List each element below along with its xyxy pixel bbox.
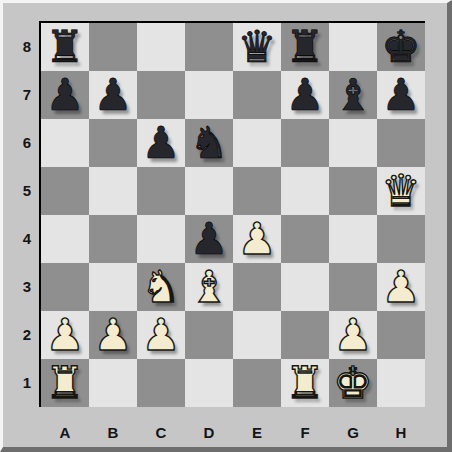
square-d4[interactable]: ♟ [185, 215, 233, 263]
square-g6[interactable] [329, 119, 377, 167]
square-b3[interactable] [89, 263, 137, 311]
square-e3[interactable] [233, 263, 281, 311]
square-f1[interactable]: ♜ [281, 359, 329, 407]
piece-black-pawn[interactable]: ♟ [41, 71, 89, 119]
square-e7[interactable] [233, 71, 281, 119]
piece-black-bishop[interactable]: ♝ [329, 71, 377, 119]
square-b2[interactable]: ♟ [89, 311, 137, 359]
square-c4[interactable] [137, 215, 185, 263]
square-e4[interactable]: ♟ [233, 215, 281, 263]
square-d3[interactable]: ♝ [185, 263, 233, 311]
square-b5[interactable] [89, 167, 137, 215]
square-c1[interactable] [137, 359, 185, 407]
square-g2[interactable]: ♟ [329, 311, 377, 359]
piece-white-bishop[interactable]: ♝ [185, 263, 233, 311]
square-h7[interactable]: ♟ [377, 71, 425, 119]
square-h4[interactable] [377, 215, 425, 263]
square-d5[interactable] [185, 167, 233, 215]
file-label-a: A [41, 407, 89, 447]
square-e8[interactable]: ♛ [233, 23, 281, 71]
square-c2[interactable]: ♟ [137, 311, 185, 359]
square-h8[interactable]: ♚ [377, 23, 425, 71]
square-f6[interactable] [281, 119, 329, 167]
square-f5[interactable] [281, 167, 329, 215]
rank-label-4: 4 [3, 215, 38, 263]
piece-white-pawn[interactable]: ♟ [137, 311, 185, 359]
square-c6[interactable]: ♟ [137, 119, 185, 167]
rank-label-5: 5 [3, 167, 38, 215]
square-b7[interactable]: ♟ [89, 71, 137, 119]
piece-black-rook[interactable]: ♜ [41, 23, 89, 71]
rank-label-3: 3 [3, 263, 38, 311]
file-label-h: H [377, 407, 425, 447]
square-f8[interactable]: ♜ [281, 23, 329, 71]
square-f3[interactable] [281, 263, 329, 311]
square-g5[interactable] [329, 167, 377, 215]
square-g1[interactable]: ♚ [329, 359, 377, 407]
square-d1[interactable] [185, 359, 233, 407]
square-b1[interactable] [89, 359, 137, 407]
piece-black-pawn[interactable]: ♟ [89, 71, 137, 119]
piece-white-pawn[interactable]: ♟ [41, 311, 89, 359]
square-c3[interactable]: ♞ [137, 263, 185, 311]
file-label-f: F [281, 407, 329, 447]
square-g7[interactable]: ♝ [329, 71, 377, 119]
square-c8[interactable] [137, 23, 185, 71]
square-a3[interactable] [41, 263, 89, 311]
piece-black-king[interactable]: ♚ [377, 23, 425, 71]
rank-label-6: 6 [3, 119, 38, 167]
piece-black-pawn[interactable]: ♟ [281, 71, 329, 119]
file-label-d: D [185, 407, 233, 447]
square-c5[interactable] [137, 167, 185, 215]
rank-label-2: 2 [3, 311, 38, 359]
piece-white-rook[interactable]: ♜ [41, 359, 89, 407]
square-g3[interactable] [329, 263, 377, 311]
square-g4[interactable] [329, 215, 377, 263]
square-a6[interactable] [41, 119, 89, 167]
file-labels: ABCDEFGH [41, 407, 425, 447]
rank-label-8: 8 [3, 23, 38, 71]
square-h5[interactable]: ♛ [377, 167, 425, 215]
piece-white-rook[interactable]: ♜ [281, 359, 329, 407]
square-d6[interactable]: ♞ [185, 119, 233, 167]
piece-white-king[interactable]: ♚ [329, 359, 377, 407]
piece-black-rook[interactable]: ♜ [281, 23, 329, 71]
square-d7[interactable] [185, 71, 233, 119]
square-f4[interactable] [281, 215, 329, 263]
square-b8[interactable] [89, 23, 137, 71]
square-g8[interactable] [329, 23, 377, 71]
square-a5[interactable] [41, 167, 89, 215]
square-b4[interactable] [89, 215, 137, 263]
file-label-g: G [329, 407, 377, 447]
square-e2[interactable] [233, 311, 281, 359]
square-h3[interactable]: ♟ [377, 263, 425, 311]
chess-board[interactable]: ♜♛♜♚♟♟♟♝♟♟♞♛♟♟♞♝♟♟♟♟♟♜♜♚ [39, 21, 425, 407]
rank-label-7: 7 [3, 71, 38, 119]
chess-diagram-panel: 87654321 ♜♛♜♚♟♟♟♝♟♟♞♛♟♟♞♝♟♟♟♟♟♜♜♚ ABCDEF… [0, 0, 452, 452]
square-e1[interactable] [233, 359, 281, 407]
piece-black-pawn[interactable]: ♟ [185, 215, 233, 263]
piece-black-queen[interactable]: ♛ [233, 23, 281, 71]
piece-white-pawn[interactable]: ♟ [377, 263, 425, 311]
square-a1[interactable]: ♜ [41, 359, 89, 407]
square-a2[interactable]: ♟ [41, 311, 89, 359]
square-f2[interactable] [281, 311, 329, 359]
square-b6[interactable] [89, 119, 137, 167]
file-label-c: C [137, 407, 185, 447]
square-a7[interactable]: ♟ [41, 71, 89, 119]
square-d8[interactable] [185, 23, 233, 71]
square-c7[interactable] [137, 71, 185, 119]
piece-white-queen[interactable]: ♛ [377, 167, 425, 215]
square-e5[interactable] [233, 167, 281, 215]
piece-white-knight[interactable]: ♞ [137, 263, 185, 311]
square-h6[interactable] [377, 119, 425, 167]
piece-black-pawn[interactable]: ♟ [137, 119, 185, 167]
square-e6[interactable] [233, 119, 281, 167]
square-f7[interactable]: ♟ [281, 71, 329, 119]
square-a4[interactable] [41, 215, 89, 263]
piece-white-pawn[interactable]: ♟ [329, 311, 377, 359]
square-h2[interactable] [377, 311, 425, 359]
rank-label-1: 1 [3, 359, 38, 407]
rank-labels: 87654321 [3, 23, 38, 407]
square-h1[interactable] [377, 359, 425, 407]
piece-black-pawn[interactable]: ♟ [377, 71, 425, 119]
piece-black-knight[interactable]: ♞ [185, 119, 233, 167]
square-d2[interactable] [185, 311, 233, 359]
file-label-e: E [233, 407, 281, 447]
piece-white-pawn[interactable]: ♟ [233, 215, 281, 263]
square-a8[interactable]: ♜ [41, 23, 89, 71]
file-label-b: B [89, 407, 137, 447]
piece-white-pawn[interactable]: ♟ [89, 311, 137, 359]
